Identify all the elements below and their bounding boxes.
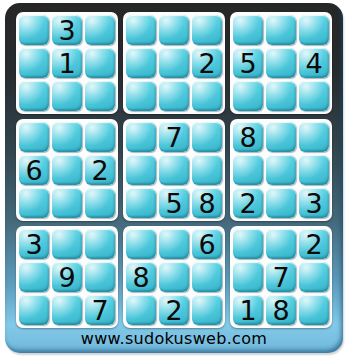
cell-r7c9[interactable]: 2 bbox=[299, 229, 329, 259]
cell-r8c8[interactable]: 7 bbox=[266, 262, 296, 292]
cell-r6c6[interactable]: 8 bbox=[192, 188, 222, 218]
cell-r1c6[interactable] bbox=[192, 15, 222, 45]
cell-r3c1[interactable] bbox=[19, 81, 49, 111]
cell-r6c4[interactable] bbox=[126, 188, 156, 218]
cell-r1c7[interactable] bbox=[233, 15, 263, 45]
cell-r6c3[interactable] bbox=[85, 188, 115, 218]
cell-r9c6[interactable] bbox=[192, 295, 222, 325]
cell-r2c8[interactable] bbox=[266, 48, 296, 78]
cell-r4c6[interactable] bbox=[192, 122, 222, 152]
cell-r3c9[interactable] bbox=[299, 81, 329, 111]
cell-r6c9[interactable]: 3 bbox=[299, 188, 329, 218]
cell-r9c5[interactable]: 2 bbox=[159, 295, 189, 325]
box-8: 682 bbox=[123, 226, 225, 328]
cell-r8c2[interactable]: 9 bbox=[52, 262, 82, 292]
cell-r7c3[interactable] bbox=[85, 229, 115, 259]
cell-r2c7[interactable]: 5 bbox=[233, 48, 263, 78]
cell-r3c8[interactable] bbox=[266, 81, 296, 111]
cell-r1c2[interactable]: 3 bbox=[52, 15, 82, 45]
cell-r9c8[interactable]: 8 bbox=[266, 295, 296, 325]
cell-r7c8[interactable] bbox=[266, 229, 296, 259]
cell-r9c3[interactable]: 7 bbox=[85, 295, 115, 325]
box-3: 54 bbox=[230, 12, 332, 114]
cell-r2c6[interactable]: 2 bbox=[192, 48, 222, 78]
cell-r5c7[interactable] bbox=[233, 155, 263, 185]
box-6: 823 bbox=[230, 119, 332, 221]
cell-r8c7[interactable] bbox=[233, 262, 263, 292]
cell-r7c1[interactable]: 3 bbox=[19, 229, 49, 259]
cell-r9c4[interactable] bbox=[126, 295, 156, 325]
cell-r5c1[interactable]: 6 bbox=[19, 155, 49, 185]
cell-r3c7[interactable] bbox=[233, 81, 263, 111]
box-7: 397 bbox=[16, 226, 118, 328]
cell-r2c3[interactable] bbox=[85, 48, 115, 78]
cell-r5c9[interactable] bbox=[299, 155, 329, 185]
cell-r4c3[interactable] bbox=[85, 122, 115, 152]
cell-r4c4[interactable] bbox=[126, 122, 156, 152]
cell-r9c1[interactable] bbox=[19, 295, 49, 325]
cell-r1c1[interactable] bbox=[19, 15, 49, 45]
cell-r6c7[interactable]: 2 bbox=[233, 188, 263, 218]
cell-r2c4[interactable] bbox=[126, 48, 156, 78]
cell-r4c7[interactable]: 8 bbox=[233, 122, 263, 152]
cell-r8c5[interactable] bbox=[159, 262, 189, 292]
cell-r2c1[interactable] bbox=[19, 48, 49, 78]
cell-r4c2[interactable] bbox=[52, 122, 82, 152]
cell-r6c1[interactable] bbox=[19, 188, 49, 218]
cell-r3c3[interactable] bbox=[85, 81, 115, 111]
cell-r5c2[interactable] bbox=[52, 155, 82, 185]
sudoku-board: 31254627588233976822718 bbox=[16, 12, 332, 328]
cell-r6c8[interactable] bbox=[266, 188, 296, 218]
cell-r3c5[interactable] bbox=[159, 81, 189, 111]
cell-r9c2[interactable] bbox=[52, 295, 82, 325]
cell-r7c2[interactable] bbox=[52, 229, 82, 259]
box-5: 758 bbox=[123, 119, 225, 221]
cell-r1c3[interactable] bbox=[85, 15, 115, 45]
cell-r8c4[interactable]: 8 bbox=[126, 262, 156, 292]
cell-r1c9[interactable] bbox=[299, 15, 329, 45]
cell-r9c7[interactable]: 1 bbox=[233, 295, 263, 325]
box-1: 31 bbox=[16, 12, 118, 114]
cell-r9c9[interactable] bbox=[299, 295, 329, 325]
cell-r7c5[interactable] bbox=[159, 229, 189, 259]
cell-r3c4[interactable] bbox=[126, 81, 156, 111]
cell-r8c3[interactable] bbox=[85, 262, 115, 292]
cell-r1c8[interactable] bbox=[266, 15, 296, 45]
box-4: 62 bbox=[16, 119, 118, 221]
box-9: 2718 bbox=[230, 226, 332, 328]
cell-r5c8[interactable] bbox=[266, 155, 296, 185]
cell-r5c3[interactable]: 2 bbox=[85, 155, 115, 185]
cell-r8c6[interactable] bbox=[192, 262, 222, 292]
cell-r4c9[interactable] bbox=[299, 122, 329, 152]
cell-r1c5[interactable] bbox=[159, 15, 189, 45]
site-url: www.sudokusweb.com bbox=[5, 328, 343, 350]
cell-r2c5[interactable] bbox=[159, 48, 189, 78]
cell-r8c9[interactable] bbox=[299, 262, 329, 292]
cell-r4c8[interactable] bbox=[266, 122, 296, 152]
cell-r1c4[interactable] bbox=[126, 15, 156, 45]
cell-r8c1[interactable] bbox=[19, 262, 49, 292]
cell-r5c6[interactable] bbox=[192, 155, 222, 185]
cell-r7c6[interactable]: 6 bbox=[192, 229, 222, 259]
cell-r2c9[interactable]: 4 bbox=[299, 48, 329, 78]
cell-r3c6[interactable] bbox=[192, 81, 222, 111]
box-2: 2 bbox=[123, 12, 225, 114]
cell-r2c2[interactable]: 1 bbox=[52, 48, 82, 78]
cell-r3c2[interactable] bbox=[52, 81, 82, 111]
cell-r7c7[interactable] bbox=[233, 229, 263, 259]
cell-r5c5[interactable] bbox=[159, 155, 189, 185]
cell-r6c2[interactable] bbox=[52, 188, 82, 218]
cell-r6c5[interactable]: 5 bbox=[159, 188, 189, 218]
cell-r7c4[interactable] bbox=[126, 229, 156, 259]
cell-r4c1[interactable] bbox=[19, 122, 49, 152]
sudoku-card: 31254627588233976822718 www.sudokusweb.c… bbox=[5, 3, 343, 353]
cell-r5c4[interactable] bbox=[126, 155, 156, 185]
cell-r4c5[interactable]: 7 bbox=[159, 122, 189, 152]
